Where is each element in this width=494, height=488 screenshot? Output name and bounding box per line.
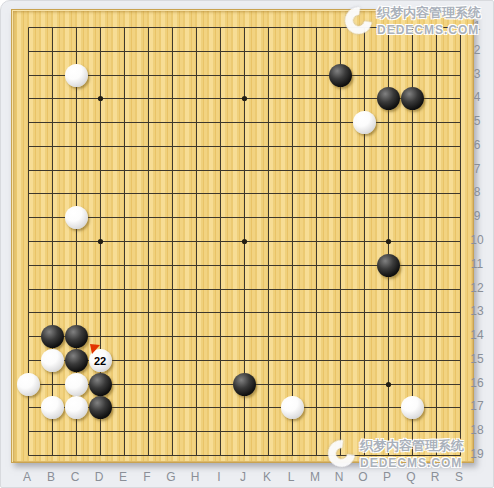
star-point [242,96,247,101]
black-stone-P4 [377,87,400,110]
column-label-P: P [377,470,397,484]
column-label-I: I [209,470,229,484]
white-stone-C3 [65,64,88,87]
black-stone-D17 [89,396,112,419]
black-stone-B14 [41,325,64,348]
white-stone-C17 [65,396,88,419]
white-stone-L17 [281,396,304,419]
column-label-L: L [281,470,301,484]
white-stone-C16 [65,373,88,396]
column-label-C: C [65,470,85,484]
star-point [98,96,103,101]
column-label-O: O [353,470,373,484]
column-label-F: F [137,470,157,484]
black-stone-Q4 [401,87,424,110]
white-stone-D15: 22 [89,349,112,372]
column-label-E: E [113,470,133,484]
last-move-red-triangle-icon [90,344,101,355]
white-stone-B17 [41,396,64,419]
go-board[interactable]: 22 [11,9,474,463]
column-label-N: N [329,470,349,484]
column-label-S: S [449,470,469,484]
go-game-screenshot: 22 ABCDEFGHIJKLMNOPQRS123456789101112131… [0,0,494,488]
column-label-B: B [41,470,61,484]
white-stone-A16 [17,373,40,396]
column-label-Q: Q [401,470,421,484]
column-label-R: R [425,470,445,484]
column-label-D: D [89,470,109,484]
star-point [242,239,247,244]
black-stone-C14 [65,325,88,348]
black-stone-N3 [329,64,352,87]
column-label-H: H [185,470,205,484]
black-stone-C15 [65,349,88,372]
black-stone-D16 [89,373,112,396]
move-number-label: 22 [94,356,106,367]
column-label-A: A [17,470,37,484]
star-point [386,382,391,387]
column-label-G: G [161,470,181,484]
white-stone-C9 [65,206,88,229]
white-stone-Q17 [401,396,424,419]
black-stone-J16 [233,373,256,396]
star-point [98,239,103,244]
column-label-M: M [305,470,325,484]
black-stone-P11 [377,254,400,277]
star-point [386,239,391,244]
white-stone-B15 [41,349,64,372]
white-stone-O5 [353,111,376,134]
column-label-J: J [233,470,253,484]
column-label-K: K [257,470,277,484]
